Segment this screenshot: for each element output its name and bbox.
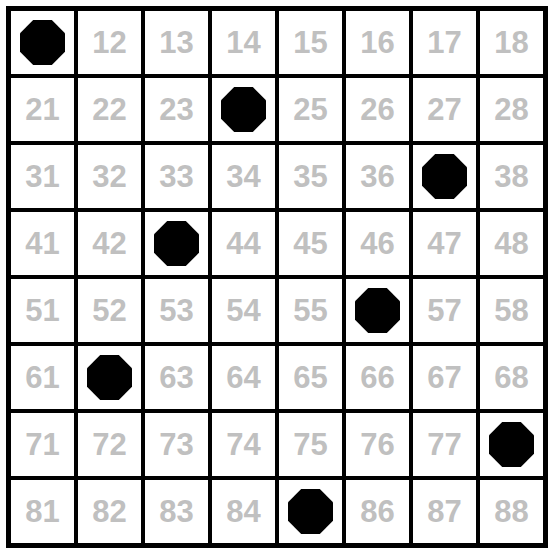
cell-18[interactable]: 18	[480, 11, 543, 74]
cell-31[interactable]: 31	[11, 145, 74, 208]
cell-63[interactable]: 63	[145, 346, 208, 409]
cell-number: 46	[360, 228, 394, 259]
cell-number: 83	[159, 496, 193, 527]
cell-number: 53	[159, 295, 193, 326]
cell-78[interactable]	[480, 413, 543, 476]
cell-number: 51	[25, 295, 59, 326]
cell-number: 35	[293, 161, 327, 192]
black-octagon-piece[interactable]	[221, 87, 266, 132]
cell-number: 26	[360, 94, 394, 125]
cell-56[interactable]	[346, 279, 409, 342]
puzzle-board: 1213141516171821222325262728313233343536…	[6, 6, 548, 548]
cell-87[interactable]: 87	[413, 480, 476, 543]
cell-number: 36	[360, 161, 394, 192]
cell-43[interactable]	[145, 212, 208, 275]
cell-number: 18	[494, 27, 528, 58]
cell-34[interactable]: 34	[212, 145, 275, 208]
cell-number: 71	[25, 429, 59, 460]
cell-73[interactable]: 73	[145, 413, 208, 476]
cell-number: 34	[226, 161, 260, 192]
cell-64[interactable]: 64	[212, 346, 275, 409]
cell-12[interactable]: 12	[78, 11, 141, 74]
cell-15[interactable]: 15	[279, 11, 342, 74]
cell-21[interactable]: 21	[11, 78, 74, 141]
cell-number: 14	[226, 27, 260, 58]
cell-26[interactable]: 26	[346, 78, 409, 141]
cell-77[interactable]: 77	[413, 413, 476, 476]
cell-74[interactable]: 74	[212, 413, 275, 476]
cell-number: 33	[159, 161, 193, 192]
cell-48[interactable]: 48	[480, 212, 543, 275]
cell-52[interactable]: 52	[78, 279, 141, 342]
cell-number: 88	[494, 496, 528, 527]
cell-number: 64	[226, 362, 260, 393]
cell-number: 67	[427, 362, 461, 393]
cell-46[interactable]: 46	[346, 212, 409, 275]
cell-51[interactable]: 51	[11, 279, 74, 342]
cell-number: 45	[293, 228, 327, 259]
cell-28[interactable]: 28	[480, 78, 543, 141]
cell-71[interactable]: 71	[11, 413, 74, 476]
cell-45[interactable]: 45	[279, 212, 342, 275]
black-octagon-piece[interactable]	[288, 489, 333, 534]
cell-72[interactable]: 72	[78, 413, 141, 476]
cell-number: 44	[226, 228, 260, 259]
cell-81[interactable]: 81	[11, 480, 74, 543]
black-octagon-piece[interactable]	[154, 221, 199, 266]
black-octagon-piece[interactable]	[422, 154, 467, 199]
cell-41[interactable]: 41	[11, 212, 74, 275]
cell-number: 61	[25, 362, 59, 393]
black-octagon-piece[interactable]	[87, 355, 132, 400]
cell-number: 87	[427, 496, 461, 527]
cell-55[interactable]: 55	[279, 279, 342, 342]
cell-14[interactable]: 14	[212, 11, 275, 74]
cell-84[interactable]: 84	[212, 480, 275, 543]
cell-57[interactable]: 57	[413, 279, 476, 342]
cell-27[interactable]: 27	[413, 78, 476, 141]
cell-66[interactable]: 66	[346, 346, 409, 409]
cell-23[interactable]: 23	[145, 78, 208, 141]
cell-36[interactable]: 36	[346, 145, 409, 208]
cell-58[interactable]: 58	[480, 279, 543, 342]
cell-number: 47	[427, 228, 461, 259]
cell-number: 75	[293, 429, 327, 460]
cell-number: 81	[25, 496, 59, 527]
cell-number: 32	[92, 161, 126, 192]
cell-number: 17	[427, 27, 461, 58]
cell-number: 28	[494, 94, 528, 125]
cell-number: 57	[427, 295, 461, 326]
cell-number: 16	[360, 27, 394, 58]
cell-number: 27	[427, 94, 461, 125]
cell-67[interactable]: 67	[413, 346, 476, 409]
cell-11[interactable]	[11, 11, 74, 74]
cell-number: 15	[293, 27, 327, 58]
cell-13[interactable]: 13	[145, 11, 208, 74]
black-octagon-piece[interactable]	[355, 288, 400, 333]
cell-number: 74	[226, 429, 260, 460]
cell-number: 13	[159, 27, 193, 58]
cell-76[interactable]: 76	[346, 413, 409, 476]
cell-38[interactable]: 38	[480, 145, 543, 208]
cell-number: 31	[25, 161, 59, 192]
cell-32[interactable]: 32	[78, 145, 141, 208]
cell-37[interactable]	[413, 145, 476, 208]
black-octagon-piece[interactable]	[489, 422, 534, 467]
cell-number: 12	[92, 27, 126, 58]
cell-53[interactable]: 53	[145, 279, 208, 342]
cell-44[interactable]: 44	[212, 212, 275, 275]
cell-number: 63	[159, 362, 193, 393]
cell-number: 73	[159, 429, 193, 460]
cell-number: 42	[92, 228, 126, 259]
cell-number: 76	[360, 429, 394, 460]
cell-number: 22	[92, 94, 126, 125]
black-octagon-piece[interactable]	[20, 20, 65, 65]
cell-86[interactable]: 86	[346, 480, 409, 543]
cell-47[interactable]: 47	[413, 212, 476, 275]
cell-75[interactable]: 75	[279, 413, 342, 476]
cell-number: 65	[293, 362, 327, 393]
cell-25[interactable]: 25	[279, 78, 342, 141]
cell-22[interactable]: 22	[78, 78, 141, 141]
cell-number: 72	[92, 429, 126, 460]
cell-62[interactable]	[78, 346, 141, 409]
cell-85[interactable]	[279, 480, 342, 543]
cell-65[interactable]: 65	[279, 346, 342, 409]
cell-number: 84	[226, 496, 260, 527]
cell-83[interactable]: 83	[145, 480, 208, 543]
cell-number: 38	[494, 161, 528, 192]
cell-35[interactable]: 35	[279, 145, 342, 208]
cell-number: 82	[92, 496, 126, 527]
cell-24[interactable]	[212, 78, 275, 141]
cell-17[interactable]: 17	[413, 11, 476, 74]
cell-number: 55	[293, 295, 327, 326]
cell-number: 68	[494, 362, 528, 393]
cell-42[interactable]: 42	[78, 212, 141, 275]
cell-16[interactable]: 16	[346, 11, 409, 74]
cell-number: 77	[427, 429, 461, 460]
cell-33[interactable]: 33	[145, 145, 208, 208]
cell-61[interactable]: 61	[11, 346, 74, 409]
cell-number: 48	[494, 228, 528, 259]
cell-82[interactable]: 82	[78, 480, 141, 543]
cell-88[interactable]: 88	[480, 480, 543, 543]
cell-number: 52	[92, 295, 126, 326]
cell-number: 21	[25, 94, 59, 125]
cell-68[interactable]: 68	[480, 346, 543, 409]
cell-number: 23	[159, 94, 193, 125]
cell-number: 54	[226, 295, 260, 326]
cell-number: 86	[360, 496, 394, 527]
cell-number: 25	[293, 94, 327, 125]
cell-number: 66	[360, 362, 394, 393]
cell-54[interactable]: 54	[212, 279, 275, 342]
cell-number: 58	[494, 295, 528, 326]
cell-number: 41	[25, 228, 59, 259]
